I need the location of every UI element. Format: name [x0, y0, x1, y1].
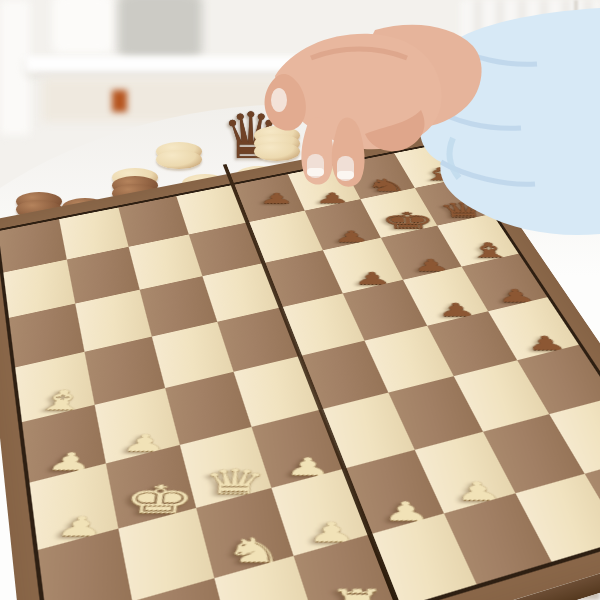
brown-pawn-h5: ♟	[495, 287, 539, 304]
white-pawn-b4: ♟	[120, 432, 169, 454]
square-g2	[483, 414, 585, 493]
white-pawn-f2: ♟	[453, 479, 504, 503]
brown-pawn-f6: ♟	[352, 270, 392, 286]
square-c3: ♛	[180, 427, 272, 508]
square-h2	[549, 397, 600, 474]
square-a4: ♟	[22, 405, 106, 483]
brown-bishop-h6: ♝	[463, 241, 514, 260]
board-squares: ♟♟♞♝♟♚♛♟♟♝♝♟♟♟♟♟♟♚♛♟♞♟♟♟♜	[0, 141, 600, 600]
square-d3: ♟	[252, 409, 345, 487]
white-king-b3: ♚	[121, 481, 197, 518]
square-h1	[585, 455, 600, 540]
square-e3	[321, 393, 415, 469]
square-f3	[388, 376, 483, 450]
square-g1	[515, 474, 600, 562]
square-f2: ♟	[415, 432, 516, 514]
square-f1	[444, 493, 552, 584]
brown-knight-g8: ♞	[365, 177, 409, 193]
brown-pawn-e8: ♟	[258, 191, 294, 205]
brown-queen-h7: ♛	[437, 200, 491, 219]
brown-pawn-f8: ♟	[314, 191, 351, 205]
square-b3: ♚	[106, 445, 196, 529]
square-b1	[132, 578, 234, 600]
board-scene: ♟♟♞♝♟♚♛♟♟♝♝♟♟♟♟♟♟♚♛♟♞♟♟♟♜	[0, 36, 600, 596]
square-b2	[118, 508, 214, 600]
white-pawn-d3: ♟	[285, 455, 332, 478]
brown-pawn-g6: ♟	[411, 257, 452, 273]
board-walnut-frame: ♟♟♞♝♟♚♛♟♟♝♝♟♟♟♟♟♟♚♛♟♞♟♟♟♜	[0, 130, 600, 600]
square-c4	[165, 372, 251, 445]
square-g3	[454, 360, 549, 431]
square-c1	[214, 556, 318, 600]
white-pawn-e2: ♟	[381, 499, 432, 524]
folding-chess-board: ♟♟♞♝♟♚♛♟♟♝♝♟♟♟♟♟♟♚♛♟♞♟♟♟♜	[0, 130, 600, 600]
square-d4	[234, 356, 321, 427]
brown-pawn-f7: ♟	[333, 229, 371, 244]
square-a2	[38, 529, 132, 600]
white-pawn-a3: ♟	[54, 514, 108, 540]
square-a3: ♟	[30, 463, 119, 549]
square-b4: ♟	[95, 388, 180, 463]
square-e1	[370, 513, 477, 600]
white-pawn-a4: ♟	[45, 450, 96, 473]
white-pawn-d2: ♟	[307, 519, 357, 545]
photo-scene: ♛ ♟♟♞♝♟♚♛♟♟♝♝♟♟♟♟♟♟♚♛♟♞♟♟♟♜	[0, 0, 600, 600]
square-d1: ♜	[294, 534, 399, 600]
brown-pawn-g5: ♟	[435, 301, 478, 318]
white-bishop-a5: ♝	[31, 388, 92, 414]
square-a5: ♝	[15, 352, 95, 422]
white-knight-c2: ♞	[224, 535, 285, 567]
brown-bishop-h8: ♝	[417, 166, 463, 182]
square-e2: ♟	[344, 450, 444, 534]
brown-pawn-h4: ♟	[523, 334, 569, 353]
square-c2: ♞	[196, 488, 293, 578]
white-queen-c3: ♛	[201, 465, 268, 498]
square-d2: ♟	[271, 469, 370, 556]
brown-king-g7: ♚	[379, 210, 437, 232]
white-rook-d1: ♜	[328, 587, 389, 600]
